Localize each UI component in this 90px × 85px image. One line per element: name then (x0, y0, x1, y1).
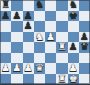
square-d1[interactable] (34, 74, 45, 85)
piece-white-pawn[interactable]: ♟ (24, 63, 33, 74)
square-b7[interactable]: ♟ (11, 11, 22, 22)
square-c2[interactable]: ♟ (23, 63, 34, 74)
square-f8[interactable] (56, 0, 67, 11)
piece-white-rook[interactable]: ♜ (57, 74, 66, 85)
square-h3[interactable] (79, 53, 90, 64)
square-h5[interactable]: ♟ (79, 32, 90, 43)
square-b6[interactable] (11, 21, 22, 32)
square-f7[interactable] (56, 11, 67, 22)
piece-white-rook[interactable]: ♜ (57, 42, 66, 53)
chess-board-wrap: ♜♞♞♟♟♟♚♟♞♟♟♜♟♛♟♟♟♛♟♜♚ (0, 0, 90, 84)
piece-black-knight[interactable]: ♞ (35, 0, 44, 11)
square-c5[interactable] (23, 32, 34, 43)
square-e1[interactable] (45, 74, 56, 85)
square-d2[interactable]: ♛ (34, 63, 45, 74)
square-c1[interactable] (23, 74, 34, 85)
square-a5[interactable] (0, 32, 11, 43)
square-d5[interactable]: ♞ (34, 32, 45, 43)
square-e5[interactable]: ♟ (45, 32, 56, 43)
square-g4[interactable]: ♟ (68, 42, 79, 53)
piece-white-pawn[interactable]: ♟ (1, 63, 10, 74)
piece-black-pawn[interactable]: ♟ (24, 11, 33, 22)
piece-black-pawn[interactable]: ♟ (1, 11, 10, 22)
square-g5[interactable] (68, 32, 79, 43)
square-g7[interactable]: ♚ (68, 11, 79, 22)
piece-black-pawn[interactable]: ♟ (80, 32, 89, 43)
piece-white-queen[interactable]: ♛ (35, 63, 44, 74)
piece-white-king[interactable]: ♚ (69, 74, 78, 85)
square-g2[interactable]: ♟ (68, 63, 79, 74)
square-d6[interactable] (34, 21, 45, 32)
square-g6[interactable] (68, 21, 79, 32)
square-b4[interactable] (11, 42, 22, 53)
square-g3[interactable] (68, 53, 79, 64)
square-b1[interactable] (11, 74, 22, 85)
square-f3[interactable] (56, 53, 67, 64)
square-c6[interactable]: ♟ (23, 21, 34, 32)
square-d8[interactable]: ♞ (34, 0, 45, 11)
square-b5[interactable] (11, 32, 22, 43)
square-h6[interactable] (79, 21, 90, 32)
square-b8[interactable] (11, 0, 22, 11)
square-f4[interactable]: ♜ (56, 42, 67, 53)
square-c7[interactable]: ♟ (23, 11, 34, 22)
square-a8[interactable]: ♜ (0, 0, 11, 11)
piece-white-pawn[interactable]: ♟ (12, 63, 21, 74)
square-g1[interactable]: ♚ (68, 74, 79, 85)
square-h8[interactable] (79, 0, 90, 11)
piece-black-pawn[interactable]: ♟ (69, 42, 78, 53)
square-f2[interactable] (56, 63, 67, 74)
square-e6[interactable] (45, 21, 56, 32)
square-h7[interactable] (79, 11, 90, 22)
square-a6[interactable] (0, 21, 11, 32)
square-h4[interactable]: ♛ (79, 42, 90, 53)
square-h2[interactable] (79, 63, 90, 74)
square-d7[interactable] (34, 11, 45, 22)
square-a2[interactable]: ♟ (0, 63, 11, 74)
square-e8[interactable] (45, 0, 56, 11)
square-e7[interactable] (45, 11, 56, 22)
square-c3[interactable] (23, 53, 34, 64)
square-e3[interactable] (45, 53, 56, 64)
piece-white-pawn[interactable]: ♟ (69, 63, 78, 74)
square-a4[interactable] (0, 42, 11, 53)
square-a1[interactable] (0, 74, 11, 85)
chess-board: ♜♞♞♟♟♟♚♟♞♟♟♜♟♛♟♟♟♛♟♜♚ (0, 0, 90, 84)
square-a3[interactable] (0, 53, 11, 64)
piece-black-king[interactable]: ♚ (69, 11, 78, 22)
square-g8[interactable]: ♞ (68, 0, 79, 11)
square-d3[interactable] (34, 53, 45, 64)
piece-white-knight[interactable]: ♞ (35, 32, 44, 43)
square-b3[interactable] (11, 53, 22, 64)
square-c4[interactable] (23, 42, 34, 53)
square-h1[interactable] (79, 74, 90, 85)
square-b2[interactable]: ♟ (11, 63, 22, 74)
square-a7[interactable]: ♟ (0, 11, 11, 22)
piece-black-queen[interactable]: ♛ (80, 42, 89, 53)
square-e4[interactable] (45, 42, 56, 53)
piece-black-knight[interactable]: ♞ (69, 0, 78, 11)
piece-white-pawn[interactable]: ♟ (46, 32, 55, 43)
piece-black-pawn[interactable]: ♟ (24, 21, 33, 32)
square-c8[interactable] (23, 0, 34, 11)
piece-black-pawn[interactable]: ♟ (12, 11, 21, 22)
piece-black-rook[interactable]: ♜ (1, 0, 10, 11)
square-f1[interactable]: ♜ (56, 74, 67, 85)
square-e2[interactable] (45, 63, 56, 74)
square-d4[interactable] (34, 42, 45, 53)
square-f6[interactable] (56, 21, 67, 32)
square-f5[interactable] (56, 32, 67, 43)
